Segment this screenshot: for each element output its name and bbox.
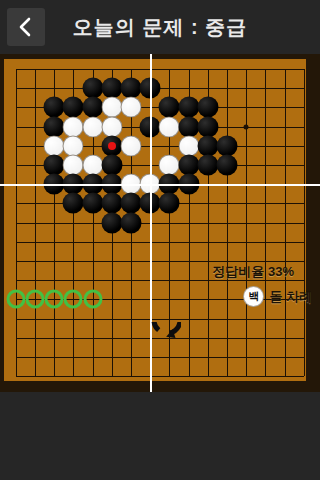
black-stone: [44, 97, 65, 118]
board-frame-top: [0, 54, 320, 59]
last-move-red-dot: [108, 142, 116, 150]
black-stone: [178, 97, 199, 118]
grid-hline: [16, 319, 304, 320]
grid-hline: [16, 69, 304, 70]
crosshair-horizontal-line: [0, 184, 320, 186]
green-point-marker: [45, 290, 64, 309]
black-stone: [63, 97, 84, 118]
turn-indicator: 백 돌 차례: [243, 286, 312, 307]
green-point-marker: [25, 290, 44, 309]
black-stone: [197, 97, 218, 118]
black-stone: [216, 135, 237, 156]
bottom-bar: [0, 392, 320, 480]
black-stone: [82, 193, 103, 214]
refresh-icon: [141, 322, 181, 362]
white-stone: [120, 97, 141, 118]
white-stone: [82, 155, 103, 176]
white-stone: [101, 116, 122, 137]
refresh-button[interactable]: [141, 322, 181, 362]
title-bar: 오늘의 문제 : 중급: [0, 0, 320, 54]
grid-hline: [16, 261, 304, 262]
black-stone: [178, 116, 199, 137]
black-stone: [120, 193, 141, 214]
black-stone: [44, 116, 65, 137]
white-stone: [63, 155, 84, 176]
white-stone: [63, 135, 84, 156]
black-stone: [63, 193, 84, 214]
grid-hline: [16, 376, 304, 377]
grid-hline: [16, 242, 304, 243]
black-stone: [197, 155, 218, 176]
black-stone: [178, 155, 199, 176]
star-point: [244, 124, 249, 129]
white-stone: [63, 116, 84, 137]
black-stone: [120, 78, 141, 99]
green-point-marker: [64, 290, 83, 309]
white-stone: [101, 97, 122, 118]
grid-hline: [16, 223, 304, 224]
board-frame-bottom: [0, 381, 320, 392]
black-stone: [101, 78, 122, 99]
grid-vline: [304, 69, 305, 376]
white-stone: [44, 135, 65, 156]
white-stone: [178, 135, 199, 156]
black-stone: [101, 193, 122, 214]
white-stone: [120, 135, 141, 156]
app-screen: 오늘의 문제 : 중급 정답비율 33% 백 돌 차례: [0, 0, 320, 480]
black-stone: [197, 116, 218, 137]
black-stone: [197, 135, 218, 156]
turn-label: 돌 차례: [269, 288, 312, 306]
black-stone: [216, 155, 237, 176]
green-point-marker: [6, 290, 25, 309]
white-stone: [159, 116, 180, 137]
black-stone: [101, 155, 122, 176]
page-title: 오늘의 문제 : 중급: [0, 0, 320, 54]
white-stone: [159, 155, 180, 176]
green-point-marker: [83, 290, 102, 309]
go-board[interactable]: 정답비율 33% 백 돌 차례: [0, 54, 320, 392]
board-frame-right: [306, 54, 320, 392]
black-stone: [159, 97, 180, 118]
answer-rate-label: 정답비율 33%: [212, 263, 294, 281]
white-stone-icon: 백: [243, 286, 264, 307]
black-stone: [82, 97, 103, 118]
white-stone: [82, 116, 103, 137]
black-stone: [120, 212, 141, 233]
black-stone: [44, 155, 65, 176]
board-frame-left: [0, 54, 4, 392]
black-stone: [82, 78, 103, 99]
black-stone: [101, 212, 122, 233]
black-stone: [159, 193, 180, 214]
